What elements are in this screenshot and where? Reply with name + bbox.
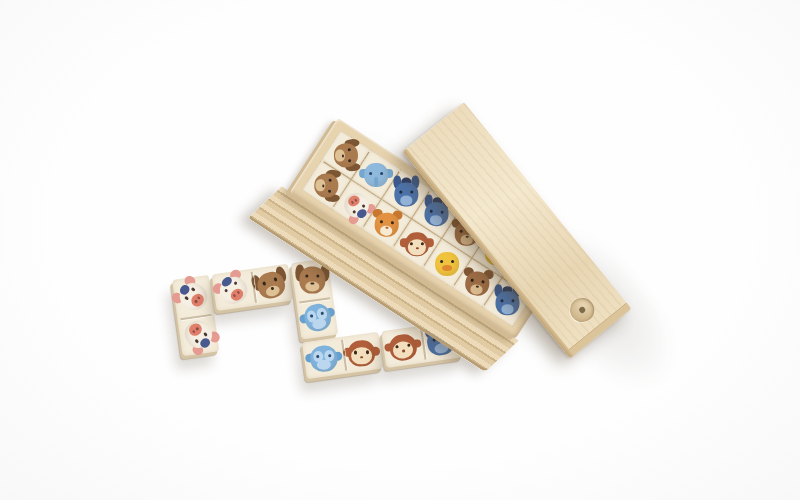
face-part [328,189,331,192]
monkey-face [346,337,378,368]
face-part [354,351,357,354]
dog-face [331,140,360,169]
face-part [348,148,351,151]
face-part [305,274,308,277]
domino-half-blue-monkey [302,337,345,379]
elephant-face [362,160,390,188]
face-part [400,195,413,204]
face-part [316,274,319,277]
face-part [421,241,424,244]
dog-face [311,170,340,199]
face-part [328,354,331,357]
face-part [369,171,372,174]
domino-blue-monkey-monkey [302,332,383,379]
blue-monkey-face [307,342,340,374]
dog-face [297,264,327,295]
face-part [410,189,413,192]
domino-half-cow [177,313,219,356]
face-part [435,251,460,275]
face-part [475,285,478,288]
face-part [415,246,418,249]
face-part [440,209,443,212]
domino-half-blue-monkey [296,296,338,339]
face-part [328,178,331,181]
face-part [380,220,383,223]
domino-half-cow [172,275,214,318]
product-photo-scene [0,0,800,500]
domino-half-monkey [381,326,424,368]
cow-face [212,269,254,311]
lid-snap-button [565,293,599,327]
dog-face [252,266,291,304]
monkey-face [386,330,421,364]
face-part [407,344,411,348]
bear-face [461,267,493,299]
duck-face [433,249,461,277]
face-part [366,350,369,353]
monkey-face [403,230,431,258]
blue-monkey-face [299,299,335,336]
face-part [348,158,351,161]
face-part [511,298,514,301]
donkey-face [392,180,420,208]
face-part [341,153,344,156]
face-part [391,221,394,224]
lid-snap-dot [578,306,586,314]
cow-face [172,275,214,317]
face-part [429,214,443,224]
face-part [310,282,313,285]
face-part [385,226,388,229]
face-part [410,241,413,244]
cat-face [371,209,401,239]
face-part [316,354,319,357]
face-part [380,171,383,174]
domino-half-cow [212,269,255,311]
domino-cow-dog [212,264,293,311]
face-part [465,235,468,238]
face-part [442,264,453,271]
domino-half-monkey [340,332,383,374]
face-part [501,304,514,313]
face-part [451,259,454,262]
face-part [395,345,399,349]
face-part [322,183,325,186]
face-part [374,176,378,186]
domino-half-dog [250,264,293,306]
cow-face [177,313,219,355]
